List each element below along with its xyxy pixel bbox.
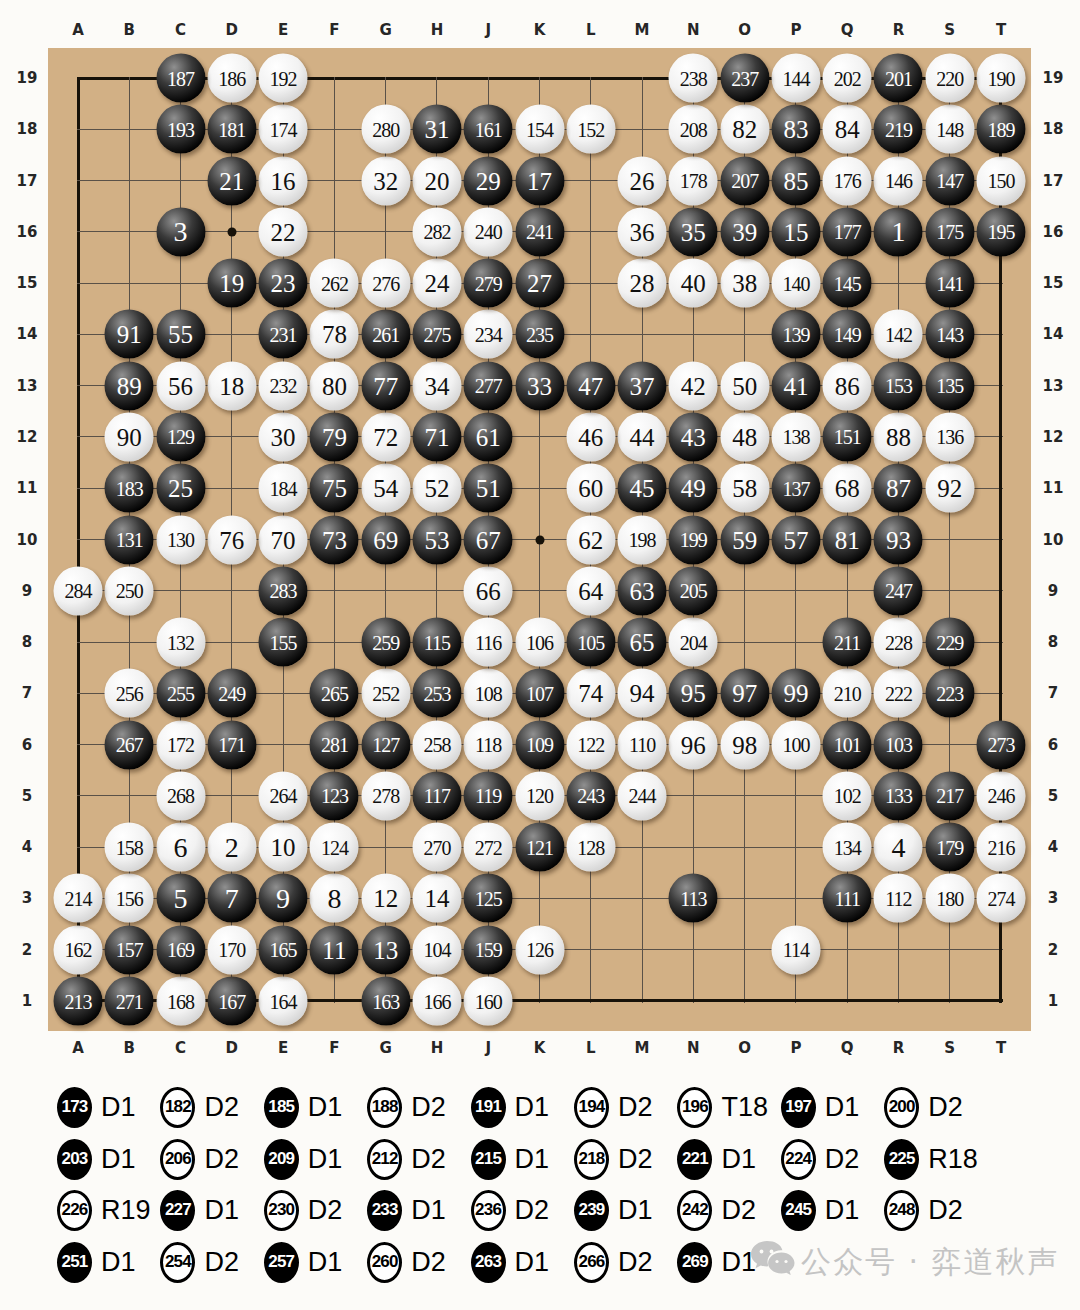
legend-location: D1	[101, 1144, 136, 1175]
move-number: 130	[167, 530, 194, 550]
stone-S5: 217	[925, 771, 974, 820]
legend-entry-254: 254D2	[160, 1240, 239, 1284]
move-number: 23	[271, 271, 296, 296]
move-number: 181	[218, 119, 245, 139]
row-label-7: 7	[1048, 684, 1058, 702]
stone-H10: 53	[412, 515, 461, 564]
move-number: 83	[783, 117, 808, 142]
move-number: 238	[680, 68, 707, 88]
move-number: 277	[475, 376, 502, 396]
stone-E16: 22	[259, 207, 308, 256]
move-number: 268	[167, 786, 194, 806]
move-number: 31	[424, 117, 449, 142]
stone-J2: 159	[464, 925, 513, 974]
row-label-1: 1	[1048, 992, 1058, 1010]
move-number: 145	[834, 273, 861, 293]
stone-Q17: 176	[823, 156, 872, 205]
legend-stone: 203	[57, 1139, 92, 1180]
move-number: 158	[116, 837, 143, 857]
stone-P18: 83	[771, 105, 820, 154]
row-label-19: 19	[17, 69, 38, 87]
move-number: 11	[322, 937, 346, 962]
legend-entry-269: 269D1	[677, 1240, 756, 1284]
legend-stone: 263	[471, 1242, 506, 1283]
move-number: 95	[681, 681, 706, 706]
stone-A2: 162	[54, 925, 103, 974]
stone-C5: 268	[156, 771, 205, 820]
move-number: 66	[476, 578, 501, 603]
move-number: 154	[526, 119, 553, 139]
move-number: 91	[117, 322, 142, 347]
move-number: 217	[936, 786, 963, 806]
move-number: 125	[475, 888, 502, 908]
stone-G18: 280	[361, 105, 410, 154]
stone-R19: 201	[874, 54, 923, 103]
column-label-O: O	[738, 1039, 751, 1057]
move-number: 205	[680, 581, 707, 601]
stone-E14: 231	[259, 310, 308, 359]
stone-K2: 126	[515, 925, 564, 974]
move-number: 207	[731, 171, 758, 191]
move-number: 172	[167, 735, 194, 755]
move-number: 43	[681, 424, 706, 449]
move-number: 237	[731, 68, 758, 88]
move-number: 1	[891, 218, 905, 246]
legend-location: D2	[825, 1144, 860, 1175]
board-grid-line	[77, 77, 80, 1003]
stone-M9: 63	[618, 566, 667, 615]
move-number: 278	[372, 786, 399, 806]
stone-B12: 90	[105, 412, 154, 461]
move-number: 275	[423, 324, 450, 344]
move-number: 94	[630, 681, 655, 706]
move-number: 115	[424, 632, 450, 652]
row-label-5: 5	[1048, 787, 1058, 805]
move-number: 18	[219, 373, 244, 398]
stone-N10: 199	[669, 515, 718, 564]
stone-J16: 240	[464, 207, 513, 256]
move-number: 6	[174, 833, 188, 861]
move-number: 149	[834, 324, 861, 344]
board-grid-line	[77, 590, 1003, 591]
move-number: 249	[218, 683, 245, 703]
move-number: 17	[527, 168, 552, 193]
legend-stone: 191	[471, 1087, 506, 1128]
move-number: 258	[423, 735, 450, 755]
move-number: 113	[680, 888, 706, 908]
move-number: 202	[834, 68, 861, 88]
stone-M12: 44	[618, 412, 667, 461]
move-number: 129	[167, 427, 194, 447]
stone-Q14: 149	[823, 310, 872, 359]
legend-location: D2	[928, 1092, 963, 1123]
move-number: 123	[321, 786, 348, 806]
column-label-J: J	[485, 21, 491, 39]
legend-location: D2	[308, 1195, 343, 1226]
move-number: 110	[629, 735, 655, 755]
move-number: 86	[835, 373, 860, 398]
move-number: 247	[885, 581, 912, 601]
move-number: 193	[167, 119, 194, 139]
stone-L6: 122	[566, 720, 615, 769]
stone-R16: 1	[874, 207, 923, 256]
stone-N16: 35	[669, 207, 718, 256]
stone-S13: 135	[925, 361, 974, 410]
legend-stone: 236	[471, 1190, 506, 1231]
row-label-1: 1	[22, 992, 32, 1010]
stone-B9: 250	[105, 566, 154, 615]
legend-stone: 224	[781, 1139, 816, 1180]
move-number: 14	[424, 886, 449, 911]
move-number: 10	[271, 835, 296, 860]
legend-entry-188: 188D2	[367, 1085, 446, 1129]
stone-K14: 235	[515, 310, 564, 359]
move-number: 183	[116, 478, 143, 498]
stone-P19: 144	[771, 54, 820, 103]
move-number: 135	[936, 376, 963, 396]
legend-entry-245: 245D1	[781, 1188, 860, 1232]
move-number: 38	[732, 271, 757, 296]
legend-entry-209: 209D1	[264, 1137, 343, 1181]
move-number: 55	[168, 322, 193, 347]
stone-R12: 88	[874, 412, 923, 461]
move-number: 21	[219, 168, 244, 193]
stone-H3: 14	[412, 874, 461, 923]
move-number: 97	[732, 681, 757, 706]
legend-location: D2	[411, 1144, 446, 1175]
legend-entry-257: 257D1	[264, 1240, 343, 1284]
column-label-G: G	[380, 21, 392, 39]
move-number: 89	[117, 373, 142, 398]
move-number: 72	[373, 424, 398, 449]
column-label-K: K	[534, 21, 546, 39]
legend-location: D2	[721, 1195, 756, 1226]
row-label-3: 3	[22, 889, 32, 907]
row-label-15: 15	[17, 274, 38, 292]
legend-stone: 200	[884, 1087, 919, 1128]
move-number: 176	[834, 171, 861, 191]
move-number: 100	[782, 735, 809, 755]
legend-location: D2	[411, 1247, 446, 1278]
move-number: 187	[167, 68, 194, 88]
move-number: 213	[65, 991, 92, 1011]
stone-N18: 208	[669, 105, 718, 154]
move-number: 259	[372, 632, 399, 652]
legend-stone: 242	[677, 1190, 712, 1231]
move-number: 112	[885, 888, 911, 908]
move-number: 216	[988, 837, 1015, 857]
move-number: 214	[65, 888, 92, 908]
move-number: 210	[834, 683, 861, 703]
move-number: 195	[988, 222, 1015, 242]
column-label-R: R	[893, 21, 905, 39]
stone-H13: 34	[412, 361, 461, 410]
move-number: 76	[219, 527, 244, 552]
legend-stone: 266	[574, 1242, 609, 1283]
stone-C3: 5	[156, 874, 205, 923]
stone-O11: 58	[720, 464, 769, 513]
move-number: 211	[834, 632, 860, 652]
legend-entry-200: 200D2	[884, 1085, 963, 1129]
move-number: 62	[578, 527, 603, 552]
move-number: 50	[732, 373, 757, 398]
stone-Q18: 84	[823, 105, 872, 154]
stone-Q15: 145	[823, 259, 872, 308]
stone-H14: 275	[412, 310, 461, 359]
stone-E8: 155	[259, 618, 308, 667]
move-number: 160	[475, 991, 502, 1011]
stone-O18: 82	[720, 105, 769, 154]
move-number: 256	[116, 683, 143, 703]
move-number: 152	[577, 119, 604, 139]
move-number: 281	[321, 735, 348, 755]
legend-entry-215: 215D1	[471, 1137, 550, 1181]
stone-B10: 131	[105, 515, 154, 564]
legend-stone: 188	[367, 1087, 402, 1128]
legend-location: T18	[721, 1092, 768, 1123]
stone-F12: 79	[310, 412, 359, 461]
stone-K5: 120	[515, 771, 564, 820]
stone-Q12: 151	[823, 412, 872, 461]
column-label-M: M	[635, 21, 650, 39]
move-number: 137	[782, 478, 809, 498]
move-number: 178	[680, 171, 707, 191]
stone-K17: 17	[515, 156, 564, 205]
move-number: 146	[885, 171, 912, 191]
stone-K4: 121	[515, 823, 564, 872]
move-number: 192	[270, 68, 297, 88]
move-number: 190	[988, 68, 1015, 88]
stone-R5: 133	[874, 771, 923, 820]
move-number: 107	[526, 683, 553, 703]
stone-T18: 189	[977, 105, 1026, 154]
stone-F14: 78	[310, 310, 359, 359]
stone-C6: 172	[156, 720, 205, 769]
move-number: 37	[630, 373, 655, 398]
stone-B6: 267	[105, 720, 154, 769]
stone-F5: 123	[310, 771, 359, 820]
stone-R11: 87	[874, 464, 923, 513]
stone-P16: 15	[771, 207, 820, 256]
stone-E19: 192	[259, 54, 308, 103]
legend-location: D2	[618, 1092, 653, 1123]
stone-K8: 106	[515, 618, 564, 667]
move-number: 166	[423, 991, 450, 1011]
legend-entry-226: 226R19	[57, 1188, 151, 1232]
move-number: 19	[219, 271, 244, 296]
stone-T4: 216	[977, 823, 1026, 872]
stone-Q5: 102	[823, 771, 872, 820]
stone-J9: 66	[464, 566, 513, 615]
stone-C2: 169	[156, 925, 205, 974]
move-number: 222	[885, 683, 912, 703]
row-label-16: 16	[1043, 223, 1064, 241]
legend-location: D1	[101, 1247, 136, 1278]
move-number: 51	[476, 476, 501, 501]
legend-stone: 226	[57, 1190, 92, 1231]
stone-E4: 10	[259, 823, 308, 872]
column-label-P: P	[790, 1039, 801, 1057]
legend-entry-260: 260D2	[367, 1240, 446, 1284]
move-number: 243	[577, 786, 604, 806]
stone-C4: 6	[156, 823, 205, 872]
move-number: 109	[526, 735, 553, 755]
move-number: 25	[168, 476, 193, 501]
stone-K15: 27	[515, 259, 564, 308]
stone-N13: 42	[669, 361, 718, 410]
stone-T19: 190	[977, 54, 1026, 103]
stone-G8: 259	[361, 618, 410, 667]
legend-entry-203: 203D1	[57, 1137, 136, 1181]
legend-location: D1	[308, 1247, 343, 1278]
stone-G17: 32	[361, 156, 410, 205]
move-number: 199	[680, 530, 707, 550]
move-number: 12	[373, 886, 398, 911]
stone-K6: 109	[515, 720, 564, 769]
column-label-N: N	[687, 21, 700, 39]
stone-P7: 99	[771, 669, 820, 718]
move-number: 140	[782, 273, 809, 293]
move-number: 3	[174, 218, 188, 246]
stone-P14: 139	[771, 310, 820, 359]
legend-location: D2	[928, 1195, 963, 1226]
stone-R9: 247	[874, 566, 923, 615]
stone-R6: 103	[874, 720, 923, 769]
legend-stone: 227	[160, 1190, 195, 1231]
move-number: 24	[424, 271, 449, 296]
stone-F3: 8	[310, 874, 359, 923]
move-number: 174	[270, 119, 297, 139]
move-number: 54	[373, 476, 398, 501]
stone-D18: 181	[207, 105, 256, 154]
legend-entry-251: 251D1	[57, 1240, 136, 1284]
column-label-K: K	[534, 1039, 546, 1057]
stone-F2: 11	[310, 925, 359, 974]
stone-C7: 255	[156, 669, 205, 718]
move-number: 56	[168, 373, 193, 398]
stone-S19: 220	[925, 54, 974, 103]
legend-entry-173: 173D1	[57, 1085, 136, 1129]
move-number: 151	[834, 427, 861, 447]
move-number: 204	[680, 632, 707, 652]
stone-L8: 105	[566, 618, 615, 667]
stone-N17: 178	[669, 156, 718, 205]
move-number: 229	[936, 632, 963, 652]
move-number: 170	[218, 940, 245, 960]
move-number: 177	[834, 222, 861, 242]
stone-P10: 57	[771, 515, 820, 564]
move-number: 40	[681, 271, 706, 296]
stone-R7: 222	[874, 669, 923, 718]
move-number: 255	[167, 683, 194, 703]
column-label-L: L	[586, 1039, 596, 1057]
move-number: 232	[270, 376, 297, 396]
move-number: 99	[783, 681, 808, 706]
stone-M5: 244	[618, 771, 667, 820]
stone-D15: 19	[207, 259, 256, 308]
legend-entry-191: 191D1	[471, 1085, 550, 1129]
stone-E1: 164	[259, 977, 308, 1026]
move-number: 179	[936, 837, 963, 857]
row-label-19: 19	[1043, 69, 1064, 87]
legend-entry-225: 225R18	[884, 1137, 978, 1181]
watermark-text: 公众号 · 弈道秋声	[801, 1242, 1060, 1283]
stone-L11: 60	[566, 464, 615, 513]
move-number: 39	[732, 219, 757, 244]
move-number: 147	[936, 171, 963, 191]
stone-E15: 23	[259, 259, 308, 308]
stone-N19: 238	[669, 54, 718, 103]
stone-H4: 270	[412, 823, 461, 872]
legend-stone: 173	[57, 1087, 92, 1128]
stone-F4: 124	[310, 823, 359, 872]
move-number: 106	[526, 632, 553, 652]
stone-E12: 30	[259, 412, 308, 461]
move-number: 273	[988, 735, 1015, 755]
move-number: 32	[373, 168, 398, 193]
stone-J14: 234	[464, 310, 513, 359]
move-number: 128	[577, 837, 604, 857]
move-number: 279	[475, 273, 502, 293]
move-number: 153	[885, 376, 912, 396]
stone-K7: 107	[515, 669, 564, 718]
stone-G5: 278	[361, 771, 410, 820]
row-label-17: 17	[1043, 172, 1064, 190]
move-number: 79	[322, 424, 347, 449]
stone-Q19: 202	[823, 54, 872, 103]
stone-S4: 179	[925, 823, 974, 872]
stone-C11: 25	[156, 464, 205, 513]
stone-G15: 276	[361, 259, 410, 308]
move-number: 282	[423, 222, 450, 242]
stone-N6: 96	[669, 720, 718, 769]
stone-C8: 132	[156, 618, 205, 667]
stone-J6: 118	[464, 720, 513, 769]
move-number: 133	[885, 786, 912, 806]
stone-B1: 271	[105, 977, 154, 1026]
move-number: 9	[276, 884, 290, 912]
stone-S12: 136	[925, 412, 974, 461]
legend-location: D2	[204, 1247, 239, 1278]
row-label-9: 9	[22, 582, 32, 600]
move-number: 274	[988, 888, 1015, 908]
stone-P15: 140	[771, 259, 820, 308]
move-number: 98	[732, 732, 757, 757]
column-label-H: H	[431, 21, 444, 39]
stone-B4: 158	[105, 823, 154, 872]
stone-G3: 12	[361, 874, 410, 923]
stone-F7: 265	[310, 669, 359, 718]
stone-K13: 33	[515, 361, 564, 410]
move-number: 162	[65, 940, 92, 960]
stone-O12: 48	[720, 412, 769, 461]
stone-H12: 71	[412, 412, 461, 461]
column-label-C: C	[175, 21, 186, 39]
stone-D2: 170	[207, 925, 256, 974]
row-label-18: 18	[1043, 120, 1064, 138]
legend-entry-212: 212D2	[367, 1137, 446, 1181]
stone-O7: 97	[720, 669, 769, 718]
move-number: 169	[167, 940, 194, 960]
column-label-D: D	[226, 1039, 238, 1057]
move-number: 105	[577, 632, 604, 652]
stone-B11: 183	[105, 464, 154, 513]
row-label-4: 4	[1048, 838, 1058, 856]
stone-R13: 153	[874, 361, 923, 410]
column-label-C: C	[175, 1039, 186, 1057]
stone-J10: 67	[464, 515, 513, 564]
stone-F15: 262	[310, 259, 359, 308]
